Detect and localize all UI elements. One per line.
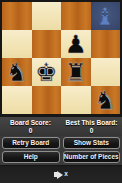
- score-panel: Board Score: 0 Best This Board: 0: [0, 117, 122, 136]
- number-of-pieces-button[interactable]: Number of Pieces: [63, 151, 121, 163]
- help-button[interactable]: Help: [2, 151, 60, 163]
- button-grid: Retry Board Show Stats Help Number of Pi…: [0, 136, 122, 165]
- board-square-r3c4[interactable]: [91, 58, 121, 86]
- board-square-r3c2-king[interactable]: ♚: [32, 58, 62, 86]
- board-square-r4c2[interactable]: [32, 86, 62, 114]
- mute-x-mark: x: [64, 171, 68, 178]
- show-stats-button[interactable]: Show Stats: [63, 137, 121, 149]
- board-square-r3c3-rook[interactable]: ♜: [61, 58, 91, 86]
- board-square-r2c4[interactable]: [91, 30, 121, 58]
- chess-app-window: ♝ ♟ ♞ ♚ ♜ ♞ Board Score: 0 Best This Boa…: [0, 0, 122, 183]
- best-this-board-label: Best This Board:: [61, 119, 122, 127]
- board-square-r1c1[interactable]: [2, 2, 32, 30]
- muted-speaker-icon[interactable]: x: [54, 171, 68, 179]
- board-square-r4c3[interactable]: [61, 86, 91, 114]
- chess-board: ♝ ♟ ♞ ♚ ♜ ♞: [0, 0, 122, 117]
- board-square-r2c1[interactable]: [2, 30, 32, 58]
- best-this-board-stat: Best This Board: 0: [61, 119, 122, 136]
- board-score-value: 0: [0, 127, 61, 135]
- board-square-r1c3[interactable]: [61, 2, 91, 30]
- board-square-r1c2[interactable]: [32, 2, 62, 30]
- board-square-r4c1[interactable]: [2, 86, 32, 114]
- speaker-cone: [57, 171, 63, 179]
- board-square-r4c4-knight[interactable]: ♞: [91, 86, 121, 114]
- best-this-board-value: 0: [61, 127, 122, 135]
- board-square-r2c3-pawn[interactable]: ♟: [61, 30, 91, 58]
- sound-bar: x: [0, 165, 122, 183]
- board-score-label: Board Score:: [0, 119, 61, 127]
- retry-board-button[interactable]: Retry Board: [2, 137, 60, 149]
- board-square-r1c4-selected-bishop[interactable]: ♝: [91, 2, 121, 30]
- board-score-stat: Board Score: 0: [0, 119, 61, 136]
- board-square-r3c1-knight[interactable]: ♞: [2, 58, 32, 86]
- board-square-r2c2[interactable]: [32, 30, 62, 58]
